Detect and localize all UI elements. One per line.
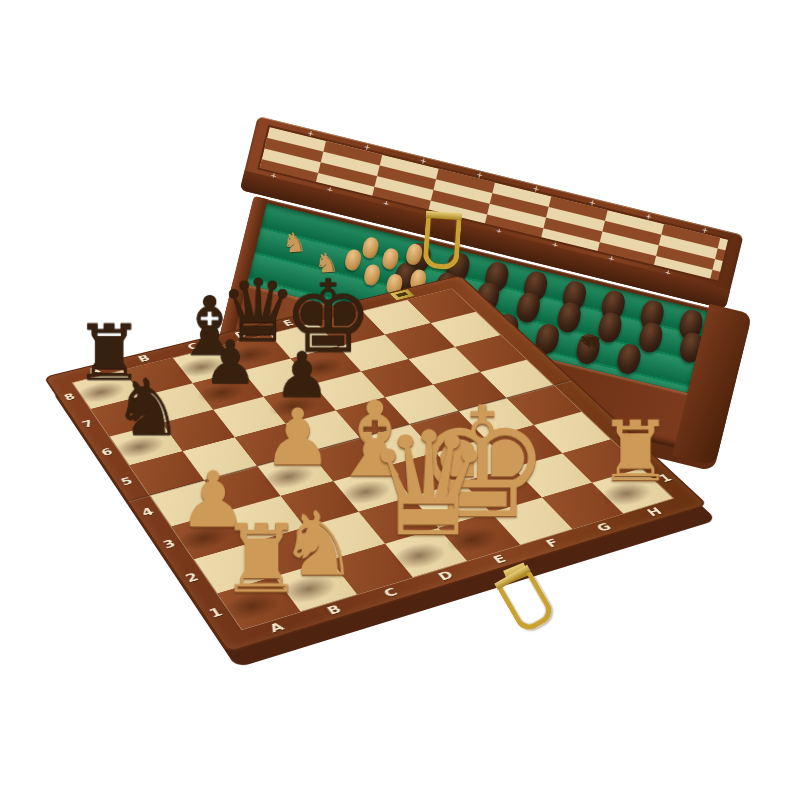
white-rook-a1[interactable]: ♜: [183, 512, 340, 606]
white-rook-h1[interactable]: ♜: [563, 410, 709, 493]
stored-dark-piece: [615, 342, 644, 376]
square-a1[interactable]: ♜: [218, 577, 301, 630]
board-clasp-icon: [497, 570, 556, 635]
box-lid-clasp-icon: [422, 217, 461, 270]
stored-light-pawn: [361, 236, 381, 260]
square-h1[interactable]: ♜: [592, 468, 673, 513]
black-knight-a6[interactable]: ♞: [78, 368, 219, 447]
product-photo-stage: ++++++++++++++++ ♞♞♞ ♜♝♛♟♚♞♟♟♟♝♜♞♛♚♜ 876…: [0, 0, 800, 800]
stored-light-knight-icon: ♞: [281, 228, 307, 257]
square-a6[interactable]: ♞: [110, 423, 183, 465]
stored-dark-piece: [636, 321, 665, 355]
